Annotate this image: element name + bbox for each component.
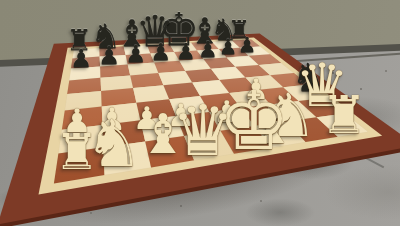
piece-black-pawn[interactable]: ♟: [98, 44, 120, 69]
piece-white-rook[interactable]: ♜: [321, 89, 368, 141]
piece-black-pawn[interactable]: ♟: [219, 37, 238, 58]
piece-black-pawn[interactable]: ♟: [238, 35, 257, 56]
piece-black-pawn[interactable]: ♟: [70, 47, 92, 72]
piece-black-pawn[interactable]: ♟: [176, 40, 196, 62]
piece-black-pawn[interactable]: ♟: [126, 43, 147, 66]
chess-set-photo: ♜♞♝♛♚♝♞♜♟♟♟♟♟♟♟♟♞♛♟♟♟♟♟♟♜♞♝♛♚♝♞♜: [0, 0, 400, 226]
piece-black-pawn[interactable]: ♟: [198, 38, 218, 60]
piece-white-queen[interactable]: ♛: [172, 96, 235, 166]
piece-white-rook[interactable]: ♜: [55, 128, 99, 177]
piece-black-pawn[interactable]: ♟: [151, 41, 172, 64]
